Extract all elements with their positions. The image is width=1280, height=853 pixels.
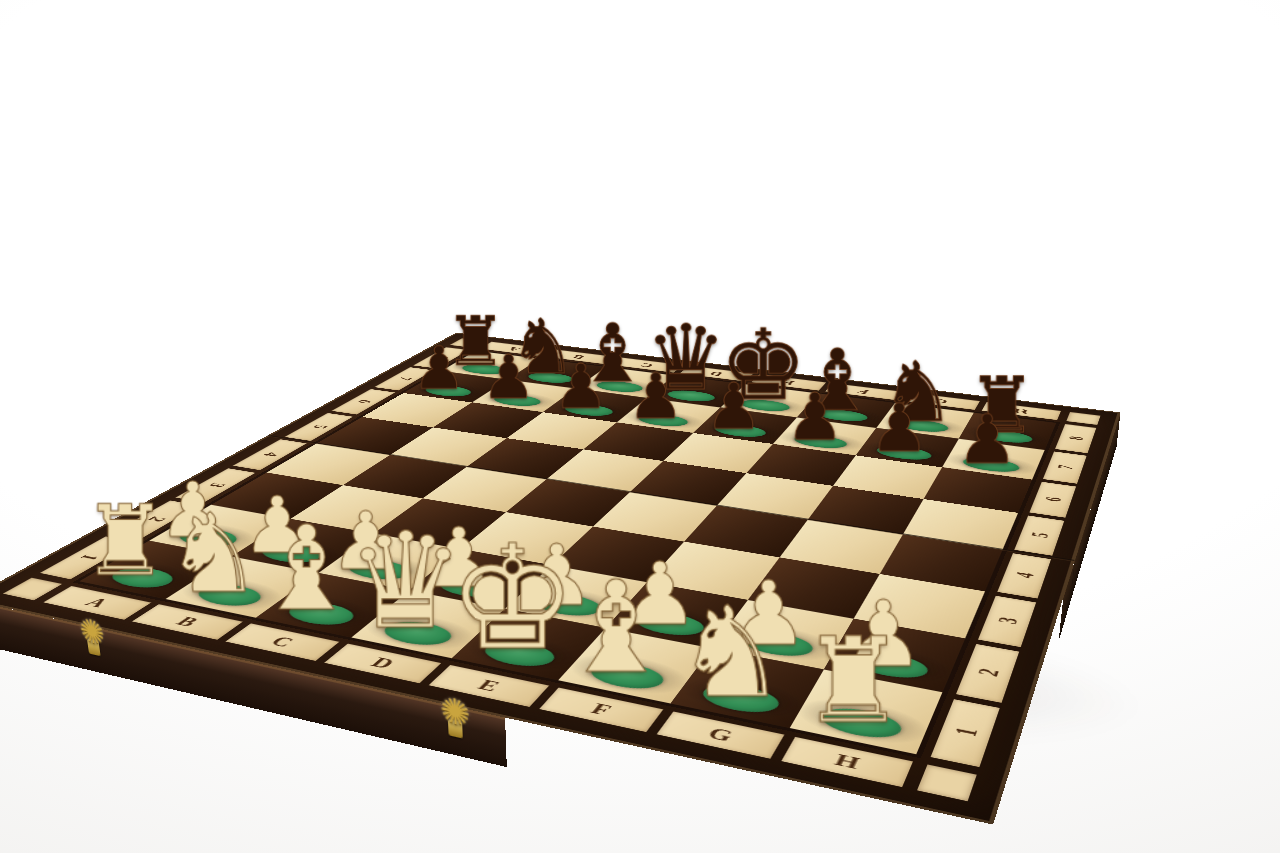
brass-clasp-center: ✺ [430,689,480,754]
rank-label-8: 8 [1055,424,1096,453]
frame-corner-marker [450,338,485,348]
rank-label-text: 6 [1042,496,1065,503]
rank-label-5: 5 [1014,516,1064,556]
file-label-text: E [781,379,797,385]
file-label-text: A [81,596,112,609]
product-photo-scene: ABCDEFGH 87654321 87654321 ABCDEFGH ♜♞♝♛… [0,0,1280,853]
file-label-text: A [506,346,524,352]
frame-corner-marker [1066,412,1100,425]
file-label-text: C [267,634,298,649]
rank-label-text: 1 [950,725,982,738]
file-label-text: D [708,370,725,376]
rank-label-text: 6 [354,399,374,404]
rank-label-text: 8 [432,356,450,360]
frame-corner-marker [917,764,977,801]
rank-label-text: 5 [309,424,330,429]
file-label-text: E [474,677,503,693]
rank-label-text: 7 [395,376,414,380]
rank-label-text: 4 [1012,571,1038,580]
file-label-text: B [571,354,588,360]
file-label-text: F [587,701,614,718]
rank-label-4: 4 [997,553,1051,598]
rank-label-3: 3 [978,596,1036,647]
file-label-text: C [638,362,655,368]
rank-label-7: 7 [1043,451,1087,483]
file-label-text: D [367,655,398,671]
rank-label-text: 5 [1028,531,1053,539]
rank-label-text: 2 [144,515,169,522]
file-label-text: H [1013,407,1030,414]
rank-label-text: 3 [994,616,1022,626]
rank-label-1: 1 [930,699,999,767]
frame-corner-marker [3,578,63,601]
rank-label-2: 2 [956,644,1019,703]
file-label-text: F [856,388,871,394]
file-label-text: B [172,615,202,629]
rank-label-text: 8 [1066,435,1087,441]
file-label-text: H [832,751,863,771]
rank-label-text: 4 [259,451,281,457]
piece-contact-shadow [407,564,539,609]
brass-clasp-left: ✺ [70,612,116,671]
rank-label-6: 6 [1029,482,1076,518]
rank-label-text: 1 [75,553,102,561]
file-label-text: G [932,397,949,404]
rank-label-text: 2 [974,667,1004,678]
rank-label-text: 3 [205,482,229,489]
file-label-text: G [705,725,736,744]
chess-board: ABCDEFGH 87654321 87654321 ABCDEFGH ♜♞♝♛… [0,333,1121,825]
rank-label-text: 7 [1054,464,1076,470]
